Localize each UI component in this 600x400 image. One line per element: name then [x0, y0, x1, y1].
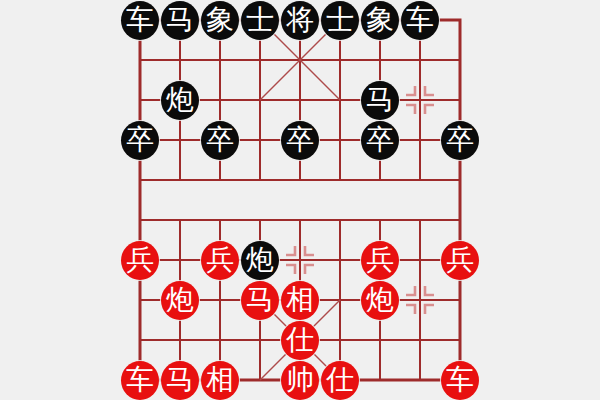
red-cannon[interactable]: 炮 — [361, 281, 399, 320]
red-elephant[interactable]: 相 — [201, 361, 239, 400]
black-soldier[interactable]: 卒 — [281, 121, 319, 160]
red-cannon[interactable]: 炮 — [161, 281, 199, 320]
red-chariot[interactable]: 车 — [121, 361, 159, 400]
black-elephant[interactable]: 象 — [201, 1, 239, 40]
black-advisor[interactable]: 士 — [241, 1, 279, 40]
black-elephant[interactable]: 象 — [361, 1, 399, 40]
black-general[interactable]: 将 — [281, 1, 319, 40]
black-cannon[interactable]: 炮 — [161, 81, 199, 120]
red-advisor[interactable]: 仕 — [281, 321, 319, 360]
red-elephant[interactable]: 相 — [281, 281, 319, 320]
red-pawn[interactable]: 兵 — [361, 241, 399, 280]
black-cannon[interactable]: 炮 — [241, 241, 279, 280]
red-pawn[interactable]: 兵 — [441, 241, 479, 280]
black-soldier[interactable]: 卒 — [201, 121, 239, 160]
xiangqi-board: 车马象士将士象车炮马卒卒卒卒卒炮兵兵兵兵炮马相炮仕车马相帅仕车 — [0, 0, 600, 400]
black-chariot[interactable]: 车 — [401, 1, 439, 40]
red-chariot[interactable]: 车 — [441, 361, 479, 400]
black-soldier[interactable]: 卒 — [361, 121, 399, 160]
black-horse[interactable]: 马 — [361, 81, 399, 120]
red-general[interactable]: 帅 — [281, 361, 319, 400]
red-advisor[interactable]: 仕 — [321, 361, 359, 400]
black-advisor[interactable]: 士 — [321, 1, 359, 40]
black-horse[interactable]: 马 — [161, 1, 199, 40]
black-soldier[interactable]: 卒 — [121, 121, 159, 160]
red-pawn[interactable]: 兵 — [201, 241, 239, 280]
red-horse[interactable]: 马 — [241, 281, 279, 320]
black-chariot[interactable]: 车 — [121, 1, 159, 40]
red-horse[interactable]: 马 — [161, 361, 199, 400]
pieces-layer: 车马象士将士象车炮马卒卒卒卒卒炮兵兵兵兵炮马相炮仕车马相帅仕车 — [120, 0, 480, 400]
black-soldier[interactable]: 卒 — [441, 121, 479, 160]
red-pawn[interactable]: 兵 — [121, 241, 159, 280]
